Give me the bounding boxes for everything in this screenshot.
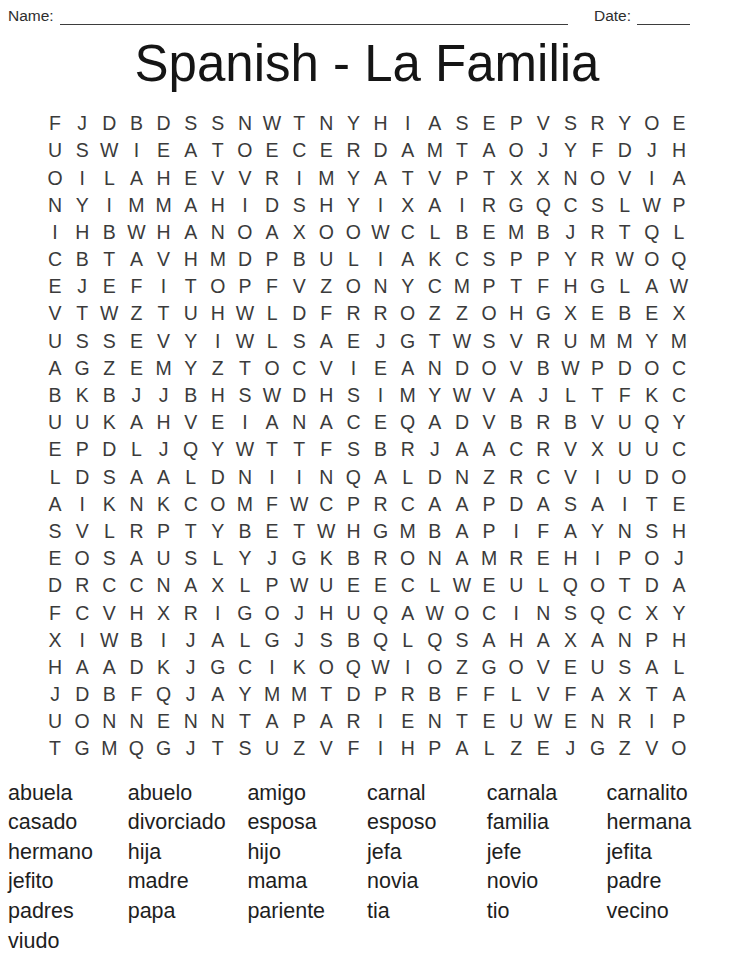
grid-cell-r9c9[interactable]: L <box>259 328 286 355</box>
grid-cell-r1c15[interactable]: A <box>421 110 448 137</box>
grid-cell-r22c17[interactable]: F <box>476 681 503 708</box>
grid-cell-r22c19[interactable]: V <box>530 681 557 708</box>
grid-cell-r10c2[interactable]: G <box>69 355 96 382</box>
grid-cell-r12c7[interactable]: E <box>204 409 231 436</box>
grid-cell-r19c18[interactable]: I <box>503 599 530 626</box>
grid-cell-r9c18[interactable]: V <box>503 328 530 355</box>
grid-cell-r13c3[interactable]: D <box>96 436 123 463</box>
grid-cell-r4c23[interactable]: W <box>638 192 665 219</box>
grid-cell-r23c5[interactable]: E <box>150 708 177 735</box>
grid-cell-r5c15[interactable]: L <box>421 219 448 246</box>
grid-cell-r16c22[interactable]: N <box>611 518 638 545</box>
grid-cell-r1c5[interactable]: D <box>150 110 177 137</box>
grid-cell-r24c17[interactable]: L <box>476 735 503 762</box>
grid-cell-r4c9[interactable]: D <box>259 192 286 219</box>
grid-cell-r21c19[interactable]: V <box>530 654 557 681</box>
grid-cell-r16c2[interactable]: V <box>69 518 96 545</box>
grid-cell-r23c22[interactable]: R <box>611 708 638 735</box>
grid-cell-r15c19[interactable]: A <box>530 491 557 518</box>
grid-cell-r8c23[interactable]: E <box>638 300 665 327</box>
grid-cell-r11c19[interactable]: J <box>530 382 557 409</box>
grid-cell-r12c15[interactable]: A <box>421 409 448 436</box>
grid-cell-r19c20[interactable]: S <box>557 599 584 626</box>
grid-cell-r4c21[interactable]: S <box>584 192 611 219</box>
grid-cell-r12c17[interactable]: V <box>476 409 503 436</box>
grid-cell-r11c12[interactable]: S <box>340 382 367 409</box>
grid-cell-r23c15[interactable]: N <box>421 708 448 735</box>
grid-cell-r9c22[interactable]: M <box>611 328 638 355</box>
grid-cell-r24c4[interactable]: Q <box>123 735 150 762</box>
grid-cell-r11c3[interactable]: B <box>96 382 123 409</box>
grid-cell-r4c10[interactable]: S <box>286 192 313 219</box>
grid-cell-r23c13[interactable]: I <box>367 708 394 735</box>
grid-cell-r11c17[interactable]: V <box>476 382 503 409</box>
grid-cell-r8c3[interactable]: W <box>96 300 123 327</box>
grid-cell-r6c15[interactable]: K <box>421 246 448 273</box>
grid-cell-r6c9[interactable]: P <box>259 246 286 273</box>
grid-cell-r4c11[interactable]: H <box>313 192 340 219</box>
grid-cell-r6c13[interactable]: I <box>367 246 394 273</box>
grid-cell-r7c3[interactable]: E <box>96 273 123 300</box>
grid-cell-r23c10[interactable]: P <box>286 708 313 735</box>
grid-cell-r13c7[interactable]: Y <box>204 436 231 463</box>
grid-cell-r1c2[interactable]: J <box>69 110 96 137</box>
grid-cell-r19c14[interactable]: A <box>394 599 421 626</box>
grid-cell-r12c11[interactable]: A <box>313 409 340 436</box>
grid-cell-r22c2[interactable]: D <box>69 681 96 708</box>
grid-cell-r1c22[interactable]: Y <box>611 110 638 137</box>
grid-cell-r19c10[interactable]: J <box>286 599 313 626</box>
grid-cell-r9c7[interactable]: I <box>204 328 231 355</box>
grid-cell-r12c13[interactable]: E <box>367 409 394 436</box>
grid-cell-r7c16[interactable]: M <box>448 273 475 300</box>
grid-cell-r19c8[interactable]: G <box>231 599 258 626</box>
grid-cell-r13c23[interactable]: U <box>638 436 665 463</box>
grid-cell-r14c19[interactable]: C <box>530 463 557 490</box>
grid-cell-r20c18[interactable]: H <box>503 627 530 654</box>
grid-cell-r9c2[interactable]: S <box>69 328 96 355</box>
grid-cell-r2c24[interactable]: H <box>665 137 692 164</box>
grid-cell-r3c16[interactable]: P <box>448 164 475 191</box>
grid-cell-r1c14[interactable]: I <box>394 110 421 137</box>
grid-cell-r17c2[interactable]: O <box>69 545 96 572</box>
grid-cell-r5c23[interactable]: Q <box>638 219 665 246</box>
grid-cell-r5c14[interactable]: C <box>394 219 421 246</box>
grid-cell-r4c8[interactable]: I <box>231 192 258 219</box>
grid-cell-r18c12[interactable]: E <box>340 572 367 599</box>
grid-cell-r14c15[interactable]: D <box>421 463 448 490</box>
grid-cell-r11c23[interactable]: K <box>638 382 665 409</box>
grid-cell-r9c8[interactable]: W <box>231 328 258 355</box>
grid-cell-r16c3[interactable]: L <box>96 518 123 545</box>
grid-cell-r6c8[interactable]: D <box>231 246 258 273</box>
grid-cell-r24c15[interactable]: P <box>421 735 448 762</box>
grid-cell-r18c15[interactable]: L <box>421 572 448 599</box>
grid-cell-r11c18[interactable]: A <box>503 382 530 409</box>
grid-cell-r6c19[interactable]: P <box>530 246 557 273</box>
grid-cell-r3c9[interactable]: R <box>259 164 286 191</box>
grid-cell-r3c6[interactable]: E <box>177 164 204 191</box>
grid-cell-r4c6[interactable]: A <box>177 192 204 219</box>
grid-cell-r23c16[interactable]: T <box>448 708 475 735</box>
grid-cell-r24c12[interactable]: F <box>340 735 367 762</box>
grid-cell-r13c18[interactable]: C <box>503 436 530 463</box>
grid-cell-r14c8[interactable]: N <box>231 463 258 490</box>
grid-cell-r3c13[interactable]: A <box>367 164 394 191</box>
grid-cell-r5c6[interactable]: A <box>177 219 204 246</box>
grid-cell-r17c18[interactable]: R <box>503 545 530 572</box>
grid-cell-r14c3[interactable]: S <box>96 463 123 490</box>
grid-cell-r21c23[interactable]: A <box>638 654 665 681</box>
grid-cell-r22c3[interactable]: B <box>96 681 123 708</box>
grid-cell-r17c8[interactable]: Y <box>231 545 258 572</box>
grid-cell-r23c20[interactable]: E <box>557 708 584 735</box>
grid-cell-r10c4[interactable]: E <box>123 355 150 382</box>
grid-cell-r15c1[interactable]: A <box>42 491 69 518</box>
grid-cell-r7c2[interactable]: J <box>69 273 96 300</box>
grid-cell-r17c12[interactable]: B <box>340 545 367 572</box>
grid-cell-r15c15[interactable]: A <box>421 491 448 518</box>
grid-cell-r2c11[interactable]: E <box>313 137 340 164</box>
grid-cell-r18c17[interactable]: E <box>476 572 503 599</box>
grid-cell-r6c14[interactable]: A <box>394 246 421 273</box>
grid-cell-r23c7[interactable]: N <box>204 708 231 735</box>
grid-cell-r17c4[interactable]: A <box>123 545 150 572</box>
grid-cell-r9c21[interactable]: M <box>584 328 611 355</box>
grid-cell-r9c11[interactable]: A <box>313 328 340 355</box>
grid-cell-r17c11[interactable]: K <box>313 545 340 572</box>
grid-cell-r9c1[interactable]: U <box>42 328 69 355</box>
grid-cell-r8c8[interactable]: W <box>231 300 258 327</box>
grid-cell-r21c13[interactable]: W <box>367 654 394 681</box>
grid-cell-r17c21[interactable]: I <box>584 545 611 572</box>
grid-cell-r4c16[interactable]: I <box>448 192 475 219</box>
grid-cell-r14c14[interactable]: L <box>394 463 421 490</box>
grid-cell-r23c24[interactable]: P <box>665 708 692 735</box>
grid-cell-r2c1[interactable]: U <box>42 137 69 164</box>
grid-cell-r23c12[interactable]: R <box>340 708 367 735</box>
grid-cell-r12c16[interactable]: D <box>448 409 475 436</box>
grid-cell-r10c21[interactable]: P <box>584 355 611 382</box>
grid-cell-r11c2[interactable]: K <box>69 382 96 409</box>
grid-cell-r7c15[interactable]: C <box>421 273 448 300</box>
grid-cell-r15c23[interactable]: T <box>638 491 665 518</box>
grid-cell-r12c3[interactable]: K <box>96 409 123 436</box>
grid-cell-r5c9[interactable]: A <box>259 219 286 246</box>
grid-cell-r13c11[interactable]: F <box>313 436 340 463</box>
grid-cell-r10c3[interactable]: Z <box>96 355 123 382</box>
grid-cell-r3c5[interactable]: H <box>150 164 177 191</box>
grid-cell-r22c6[interactable]: J <box>177 681 204 708</box>
grid-cell-r14c2[interactable]: D <box>69 463 96 490</box>
grid-cell-r20c19[interactable]: A <box>530 627 557 654</box>
grid-cell-r16c19[interactable]: F <box>530 518 557 545</box>
grid-cell-r12c4[interactable]: A <box>123 409 150 436</box>
grid-cell-r20c5[interactable]: I <box>150 627 177 654</box>
grid-cell-r6c6[interactable]: H <box>177 246 204 273</box>
grid-cell-r3c3[interactable]: L <box>96 164 123 191</box>
grid-cell-r16c8[interactable]: B <box>231 518 258 545</box>
grid-cell-r19c4[interactable]: H <box>123 599 150 626</box>
grid-cell-r21c6[interactable]: J <box>177 654 204 681</box>
grid-cell-r11c8[interactable]: S <box>231 382 258 409</box>
grid-cell-r18c1[interactable]: D <box>42 572 69 599</box>
grid-cell-r17c9[interactable]: J <box>259 545 286 572</box>
grid-cell-r18c21[interactable]: O <box>584 572 611 599</box>
grid-cell-r7c14[interactable]: Y <box>394 273 421 300</box>
grid-cell-r15c8[interactable]: M <box>231 491 258 518</box>
grid-cell-r23c4[interactable]: N <box>123 708 150 735</box>
grid-cell-r22c11[interactable]: T <box>313 681 340 708</box>
grid-cell-r5c8[interactable]: O <box>231 219 258 246</box>
grid-cell-r1c7[interactable]: S <box>204 110 231 137</box>
grid-cell-r12c21[interactable]: V <box>584 409 611 436</box>
grid-cell-r3c19[interactable]: X <box>530 164 557 191</box>
grid-cell-r16c7[interactable]: Y <box>204 518 231 545</box>
grid-cell-r9c5[interactable]: V <box>150 328 177 355</box>
grid-cell-r10c8[interactable]: T <box>231 355 258 382</box>
grid-cell-r5c16[interactable]: B <box>448 219 475 246</box>
grid-cell-r18c3[interactable]: C <box>96 572 123 599</box>
grid-cell-r5c4[interactable]: W <box>123 219 150 246</box>
grid-cell-r15c7[interactable]: O <box>204 491 231 518</box>
grid-cell-r15c22[interactable]: I <box>611 491 638 518</box>
grid-cell-r14c23[interactable]: D <box>638 463 665 490</box>
grid-cell-r7c8[interactable]: P <box>231 273 258 300</box>
grid-cell-r5c12[interactable]: O <box>340 219 367 246</box>
grid-cell-r19c16[interactable]: O <box>448 599 475 626</box>
grid-cell-r10c22[interactable]: D <box>611 355 638 382</box>
grid-cell-r9c20[interactable]: U <box>557 328 584 355</box>
grid-cell-r16c17[interactable]: P <box>476 518 503 545</box>
grid-cell-r14c17[interactable]: Z <box>476 463 503 490</box>
grid-cell-r14c6[interactable]: L <box>177 463 204 490</box>
grid-cell-r7c21[interactable]: G <box>584 273 611 300</box>
grid-cell-r22c16[interactable]: F <box>448 681 475 708</box>
grid-cell-r20c12[interactable]: B <box>340 627 367 654</box>
grid-cell-r24c10[interactable]: Z <box>286 735 313 762</box>
grid-cell-r15c16[interactable]: A <box>448 491 475 518</box>
grid-cell-r15c11[interactable]: C <box>313 491 340 518</box>
grid-cell-r22c22[interactable]: X <box>611 681 638 708</box>
grid-cell-r17c10[interactable]: G <box>286 545 313 572</box>
grid-cell-r7c18[interactable]: T <box>503 273 530 300</box>
grid-cell-r14c5[interactable]: A <box>150 463 177 490</box>
grid-cell-r17c3[interactable]: S <box>96 545 123 572</box>
grid-cell-r24c20[interactable]: J <box>557 735 584 762</box>
grid-cell-r3c17[interactable]: T <box>476 164 503 191</box>
grid-cell-r1c20[interactable]: S <box>557 110 584 137</box>
grid-cell-r4c13[interactable]: I <box>367 192 394 219</box>
grid-cell-r2c9[interactable]: E <box>259 137 286 164</box>
grid-cell-r5c21[interactable]: R <box>584 219 611 246</box>
grid-cell-r21c17[interactable]: G <box>476 654 503 681</box>
grid-cell-r15c3[interactable]: K <box>96 491 123 518</box>
grid-cell-r9c23[interactable]: Y <box>638 328 665 355</box>
grid-cell-r16c4[interactable]: R <box>123 518 150 545</box>
grid-cell-r23c23[interactable]: I <box>638 708 665 735</box>
grid-cell-r10c18[interactable]: V <box>503 355 530 382</box>
grid-cell-r1c6[interactable]: S <box>177 110 204 137</box>
grid-cell-r18c19[interactable]: L <box>530 572 557 599</box>
grid-cell-r20c1[interactable]: X <box>42 627 69 654</box>
grid-cell-r2c17[interactable]: A <box>476 137 503 164</box>
grid-cell-r7c20[interactable]: H <box>557 273 584 300</box>
grid-cell-r8c18[interactable]: H <box>503 300 530 327</box>
grid-cell-r20c9[interactable]: G <box>259 627 286 654</box>
grid-cell-r10c11[interactable]: V <box>313 355 340 382</box>
grid-cell-r2c7[interactable]: T <box>204 137 231 164</box>
grid-cell-r24c5[interactable]: G <box>150 735 177 762</box>
grid-cell-r21c20[interactable]: E <box>557 654 584 681</box>
grid-cell-r19c5[interactable]: X <box>150 599 177 626</box>
grid-cell-r21c24[interactable]: L <box>665 654 692 681</box>
grid-cell-r16c5[interactable]: P <box>150 518 177 545</box>
grid-cell-r15c10[interactable]: W <box>286 491 313 518</box>
grid-cell-r9c19[interactable]: R <box>530 328 557 355</box>
grid-cell-r12c9[interactable]: A <box>259 409 286 436</box>
grid-cell-r22c7[interactable]: A <box>204 681 231 708</box>
grid-cell-r19c9[interactable]: O <box>259 599 286 626</box>
grid-cell-r8c13[interactable]: R <box>367 300 394 327</box>
grid-cell-r7c6[interactable]: T <box>177 273 204 300</box>
grid-cell-r3c20[interactable]: N <box>557 164 584 191</box>
grid-cell-r11c1[interactable]: B <box>42 382 69 409</box>
grid-cell-r24c22[interactable]: Z <box>611 735 638 762</box>
grid-cell-r11c22[interactable]: F <box>611 382 638 409</box>
grid-cell-r16c11[interactable]: W <box>313 518 340 545</box>
grid-cell-r22c18[interactable]: L <box>503 681 530 708</box>
grid-cell-r23c19[interactable]: W <box>530 708 557 735</box>
grid-cell-r2c13[interactable]: D <box>367 137 394 164</box>
grid-cell-r5c3[interactable]: B <box>96 219 123 246</box>
grid-cell-r4c4[interactable]: M <box>123 192 150 219</box>
grid-cell-r3c2[interactable]: I <box>69 164 96 191</box>
grid-cell-r9c12[interactable]: E <box>340 328 367 355</box>
grid-cell-r16c24[interactable]: H <box>665 518 692 545</box>
grid-cell-r5c19[interactable]: B <box>530 219 557 246</box>
grid-cell-r1c12[interactable]: Y <box>340 110 367 137</box>
grid-cell-r16c18[interactable]: I <box>503 518 530 545</box>
grid-cell-r4c3[interactable]: I <box>96 192 123 219</box>
grid-cell-r18c4[interactable]: C <box>123 572 150 599</box>
grid-cell-r21c18[interactable]: O <box>503 654 530 681</box>
grid-cell-r20c21[interactable]: A <box>584 627 611 654</box>
grid-cell-r1c10[interactable]: T <box>286 110 313 137</box>
grid-cell-r7c13[interactable]: N <box>367 273 394 300</box>
grid-cell-r20c7[interactable]: A <box>204 627 231 654</box>
grid-cell-r10c13[interactable]: E <box>367 355 394 382</box>
grid-cell-r9c16[interactable]: W <box>448 328 475 355</box>
grid-cell-r9c13[interactable]: J <box>367 328 394 355</box>
grid-cell-r22c24[interactable]: A <box>665 681 692 708</box>
grid-cell-r1c18[interactable]: P <box>503 110 530 137</box>
grid-cell-r8c15[interactable]: Z <box>421 300 448 327</box>
grid-cell-r18c16[interactable]: W <box>448 572 475 599</box>
grid-cell-r14c13[interactable]: A <box>367 463 394 490</box>
grid-cell-r2c3[interactable]: W <box>96 137 123 164</box>
grid-cell-r10c19[interactable]: B <box>530 355 557 382</box>
grid-cell-r8c6[interactable]: U <box>177 300 204 327</box>
grid-cell-r15c12[interactable]: P <box>340 491 367 518</box>
grid-cell-r21c5[interactable]: K <box>150 654 177 681</box>
grid-cell-r6c4[interactable]: A <box>123 246 150 273</box>
grid-cell-r1c24[interactable]: E <box>665 110 692 137</box>
grid-cell-r16c13[interactable]: G <box>367 518 394 545</box>
grid-cell-r12c22[interactable]: U <box>611 409 638 436</box>
grid-cell-r24c14[interactable]: H <box>394 735 421 762</box>
grid-cell-r4c14[interactable]: X <box>394 192 421 219</box>
grid-cell-r5c7[interactable]: N <box>204 219 231 246</box>
grid-cell-r11c10[interactable]: D <box>286 382 313 409</box>
grid-cell-r3c23[interactable]: I <box>638 164 665 191</box>
grid-cell-r22c15[interactable]: B <box>421 681 448 708</box>
grid-cell-r10c10[interactable]: C <box>286 355 313 382</box>
grid-cell-r14c22[interactable]: U <box>611 463 638 490</box>
grid-cell-r19c7[interactable]: I <box>204 599 231 626</box>
grid-cell-r24c3[interactable]: M <box>96 735 123 762</box>
grid-cell-r4c7[interactable]: H <box>204 192 231 219</box>
grid-cell-r14c20[interactable]: V <box>557 463 584 490</box>
grid-cell-r2c10[interactable]: C <box>286 137 313 164</box>
grid-cell-r2c2[interactable]: S <box>69 137 96 164</box>
grid-cell-r13c4[interactable]: L <box>123 436 150 463</box>
grid-cell-r12c10[interactable]: N <box>286 409 313 436</box>
grid-cell-r12c5[interactable]: H <box>150 409 177 436</box>
grid-cell-r12c19[interactable]: R <box>530 409 557 436</box>
grid-cell-r4c17[interactable]: R <box>476 192 503 219</box>
grid-cell-r1c8[interactable]: N <box>231 110 258 137</box>
grid-cell-r20c15[interactable]: Q <box>421 627 448 654</box>
grid-cell-r16c10[interactable]: T <box>286 518 313 545</box>
grid-cell-r24c13[interactable]: I <box>367 735 394 762</box>
grid-cell-r7c5[interactable]: I <box>150 273 177 300</box>
grid-cell-r3c1[interactable]: O <box>42 164 69 191</box>
grid-cell-r20c2[interactable]: I <box>69 627 96 654</box>
grid-cell-r24c21[interactable]: G <box>584 735 611 762</box>
grid-cell-r4c1[interactable]: N <box>42 192 69 219</box>
grid-cell-r13c13[interactable]: B <box>367 436 394 463</box>
grid-cell-r17c5[interactable]: U <box>150 545 177 572</box>
grid-cell-r7c19[interactable]: F <box>530 273 557 300</box>
grid-cell-r14c12[interactable]: Q <box>340 463 367 490</box>
grid-cell-r7c4[interactable]: F <box>123 273 150 300</box>
grid-cell-r20c16[interactable]: S <box>448 627 475 654</box>
grid-cell-r17c13[interactable]: R <box>367 545 394 572</box>
grid-cell-r1c16[interactable]: S <box>448 110 475 137</box>
grid-cell-r12c2[interactable]: U <box>69 409 96 436</box>
grid-cell-r3c7[interactable]: V <box>204 164 231 191</box>
grid-cell-r5c20[interactable]: J <box>557 219 584 246</box>
grid-cell-r21c11[interactable]: O <box>313 654 340 681</box>
grid-cell-r5c2[interactable]: H <box>69 219 96 246</box>
grid-cell-r20c13[interactable]: Q <box>367 627 394 654</box>
grid-cell-r23c2[interactable]: O <box>69 708 96 735</box>
grid-cell-r20c14[interactable]: L <box>394 627 421 654</box>
grid-cell-r3c11[interactable]: M <box>313 164 340 191</box>
grid-cell-r22c10[interactable]: M <box>286 681 313 708</box>
grid-cell-r9c14[interactable]: G <box>394 328 421 355</box>
grid-cell-r4c18[interactable]: G <box>503 192 530 219</box>
grid-cell-r18c10[interactable]: W <box>286 572 313 599</box>
grid-cell-r10c17[interactable]: O <box>476 355 503 382</box>
grid-cell-r7c9[interactable]: F <box>259 273 286 300</box>
grid-cell-r1c1[interactable]: F <box>42 110 69 137</box>
grid-cell-r24c7[interactable]: T <box>204 735 231 762</box>
grid-cell-r11c14[interactable]: M <box>394 382 421 409</box>
grid-cell-r2c21[interactable]: F <box>584 137 611 164</box>
grid-cell-r7c23[interactable]: A <box>638 273 665 300</box>
